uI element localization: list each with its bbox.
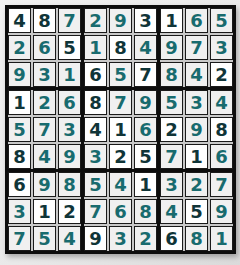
cell-r5c8[interactable]: 9	[185, 117, 208, 142]
cell-r3c6[interactable]: 7	[134, 62, 157, 87]
cell-r7c6[interactable]: 1	[134, 172, 157, 197]
cell-r5c6[interactable]: 6	[134, 117, 157, 142]
cell-r8c6[interactable]: 8	[134, 199, 157, 224]
cell-r2c9[interactable]: 3	[210, 35, 233, 60]
cell-r1c9[interactable]: 5	[210, 8, 233, 33]
cell-r4c5[interactable]: 7	[109, 90, 132, 115]
cell-r5c9[interactable]: 8	[210, 117, 233, 142]
cell-r2c4[interactable]: 1	[84, 35, 107, 60]
cell-r5c3[interactable]: 3	[58, 117, 81, 142]
cell-r7c2[interactable]: 9	[33, 172, 56, 197]
cell-r2c3[interactable]: 5	[58, 35, 81, 60]
cell-r3c8[interactable]: 4	[185, 62, 208, 87]
cell-r8c2[interactable]: 1	[33, 199, 56, 224]
cell-r1c6[interactable]: 3	[134, 8, 157, 33]
cell-r3c4[interactable]: 6	[84, 62, 107, 87]
cell-r9c1[interactable]: 7	[8, 226, 31, 251]
cell-r8c9[interactable]: 9	[210, 199, 233, 224]
cell-r4c6[interactable]: 9	[134, 90, 157, 115]
cell-r1c7[interactable]: 1	[160, 8, 183, 33]
cell-r2c7[interactable]: 9	[160, 35, 183, 60]
cell-r9c3[interactable]: 4	[58, 226, 81, 251]
cell-r6c5[interactable]: 2	[109, 144, 132, 169]
cell-r9c4[interactable]: 9	[84, 226, 107, 251]
cell-r4c4[interactable]: 8	[84, 90, 107, 115]
cell-r5c2[interactable]: 7	[33, 117, 56, 142]
cell-r2c8[interactable]: 7	[185, 35, 208, 60]
cell-r4c7[interactable]: 5	[160, 90, 183, 115]
cell-r1c3[interactable]: 7	[58, 8, 81, 33]
cell-r1c8[interactable]: 6	[185, 8, 208, 33]
cell-r9c8[interactable]: 8	[185, 226, 208, 251]
cell-r8c5[interactable]: 6	[109, 199, 132, 224]
cell-r2c2[interactable]: 6	[33, 35, 56, 60]
cell-r9c7[interactable]: 6	[160, 226, 183, 251]
cell-r6c6[interactable]: 5	[134, 144, 157, 169]
cell-r1c2[interactable]: 8	[33, 8, 56, 33]
cell-r6c8[interactable]: 1	[185, 144, 208, 169]
cell-r4c9[interactable]: 4	[210, 90, 233, 115]
cell-r7c7[interactable]: 3	[160, 172, 183, 197]
cell-r9c6[interactable]: 2	[134, 226, 157, 251]
cell-r9c9[interactable]: 1	[210, 226, 233, 251]
cell-r3c9[interactable]: 2	[210, 62, 233, 87]
cell-r5c4[interactable]: 4	[84, 117, 107, 142]
cell-r7c9[interactable]: 7	[210, 172, 233, 197]
cell-r1c4[interactable]: 2	[84, 8, 107, 33]
cell-r6c9[interactable]: 6	[210, 144, 233, 169]
sudoku-board-frame: 4872931652651849739316578421268795345734…	[5, 5, 236, 254]
cell-r7c1[interactable]: 6	[8, 172, 31, 197]
cell-r6c2[interactable]: 4	[33, 144, 56, 169]
cell-r2c5[interactable]: 8	[109, 35, 132, 60]
cell-r9c2[interactable]: 5	[33, 226, 56, 251]
cell-r3c1[interactable]: 9	[8, 62, 31, 87]
cell-r8c4[interactable]: 7	[84, 199, 107, 224]
cell-r4c8[interactable]: 3	[185, 90, 208, 115]
cell-r1c1[interactable]: 4	[8, 8, 31, 33]
cell-r3c2[interactable]: 3	[33, 62, 56, 87]
sudoku-board: 4872931652651849739316578421268795345734…	[8, 8, 233, 251]
cell-r8c7[interactable]: 4	[160, 199, 183, 224]
cell-r8c1[interactable]: 3	[8, 199, 31, 224]
cell-r2c6[interactable]: 4	[134, 35, 157, 60]
cell-r7c3[interactable]: 8	[58, 172, 81, 197]
cell-r6c3[interactable]: 9	[58, 144, 81, 169]
cell-r3c5[interactable]: 5	[109, 62, 132, 87]
cell-r4c3[interactable]: 6	[58, 90, 81, 115]
cell-r5c7[interactable]: 2	[160, 117, 183, 142]
cell-r5c1[interactable]: 5	[8, 117, 31, 142]
cell-r6c7[interactable]: 7	[160, 144, 183, 169]
cell-r1c5[interactable]: 9	[109, 8, 132, 33]
cell-r8c8[interactable]: 5	[185, 199, 208, 224]
cell-r5c5[interactable]: 1	[109, 117, 132, 142]
cell-r7c8[interactable]: 2	[185, 172, 208, 197]
cell-r3c7[interactable]: 8	[160, 62, 183, 87]
cell-r4c2[interactable]: 2	[33, 90, 56, 115]
cell-r6c4[interactable]: 3	[84, 144, 107, 169]
cell-r4c1[interactable]: 1	[8, 90, 31, 115]
cell-r7c4[interactable]: 5	[84, 172, 107, 197]
sudoku-page: 4872931652651849739316578421268795345734…	[0, 0, 240, 265]
cell-r6c1[interactable]: 8	[8, 144, 31, 169]
cell-r3c3[interactable]: 1	[58, 62, 81, 87]
cell-r2c1[interactable]: 2	[8, 35, 31, 60]
cell-r7c5[interactable]: 4	[109, 172, 132, 197]
cell-r8c3[interactable]: 2	[58, 199, 81, 224]
cell-r9c5[interactable]: 3	[109, 226, 132, 251]
